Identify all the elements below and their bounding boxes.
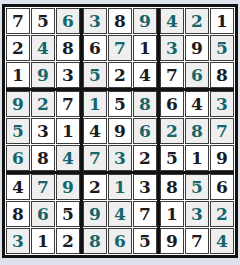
cell-r6c3[interactable]: 4 (56, 145, 80, 171)
cell-r9c4[interactable]: 8 (83, 228, 107, 254)
cell-r9c3[interactable]: 2 (56, 228, 80, 254)
cell-r2c2[interactable]: 4 (31, 35, 55, 61)
cell-r5c4[interactable]: 4 (83, 118, 107, 144)
sudoku-board: 7562481933896715244213957689275316841584… (6, 8, 234, 254)
cell-r3c1[interactable]: 1 (6, 62, 30, 88)
cell-r8c9[interactable]: 2 (210, 201, 234, 227)
cell-r6c4[interactable]: 7 (83, 145, 107, 171)
cell-r2c4[interactable]: 6 (83, 35, 107, 61)
cell-r5c1[interactable]: 5 (6, 118, 30, 144)
cell-r8c8[interactable]: 3 (185, 201, 209, 227)
cell-r7c6[interactable]: 3 (133, 174, 157, 200)
cell-r7c4[interactable]: 2 (83, 174, 107, 200)
cell-r7c1[interactable]: 4 (6, 174, 30, 200)
sudoku-box-3: 421395768 (160, 8, 234, 88)
cell-r9c8[interactable]: 7 (185, 228, 209, 254)
cell-r5c8[interactable]: 8 (185, 118, 209, 144)
cell-r2c6[interactable]: 1 (133, 35, 157, 61)
cell-r5c2[interactable]: 3 (31, 118, 55, 144)
cell-r9c5[interactable]: 6 (108, 228, 132, 254)
cell-r5c3[interactable]: 1 (56, 118, 80, 144)
cell-r5c6[interactable]: 6 (133, 118, 157, 144)
cell-r9c9[interactable]: 4 (210, 228, 234, 254)
cell-r9c1[interactable]: 3 (6, 228, 30, 254)
cell-r1c1[interactable]: 7 (6, 8, 30, 34)
cell-r4c5[interactable]: 5 (108, 91, 132, 117)
cell-r1c8[interactable]: 2 (185, 8, 209, 34)
cell-r1c4[interactable]: 3 (83, 8, 107, 34)
sudoku-box-7: 479865312 (6, 174, 80, 254)
cell-r2c9[interactable]: 5 (210, 35, 234, 61)
cell-r2c8[interactable]: 9 (185, 35, 209, 61)
cell-r5c5[interactable]: 9 (108, 118, 132, 144)
sudoku-box-4: 927531684 (6, 91, 80, 171)
cell-r8c4[interactable]: 9 (83, 201, 107, 227)
cell-r8c7[interactable]: 1 (160, 201, 184, 227)
sudoku-box-1: 756248193 (6, 8, 80, 88)
sudoku-frame: 7562481933896715244213957689275316841584… (2, 4, 238, 258)
cell-r1c3[interactable]: 6 (56, 8, 80, 34)
cell-r7c8[interactable]: 5 (185, 174, 209, 200)
cell-r3c8[interactable]: 6 (185, 62, 209, 88)
cell-r1c6[interactable]: 9 (133, 8, 157, 34)
cell-r3c5[interactable]: 2 (108, 62, 132, 88)
cell-r8c3[interactable]: 5 (56, 201, 80, 227)
cell-r8c1[interactable]: 8 (6, 201, 30, 227)
cell-r2c7[interactable]: 3 (160, 35, 184, 61)
cell-r9c6[interactable]: 5 (133, 228, 157, 254)
cell-r4c2[interactable]: 2 (31, 91, 55, 117)
sudoku-box-6: 643287519 (160, 91, 234, 171)
cell-r3c4[interactable]: 5 (83, 62, 107, 88)
cell-r6c7[interactable]: 5 (160, 145, 184, 171)
cell-r1c7[interactable]: 4 (160, 8, 184, 34)
cell-r6c9[interactable]: 9 (210, 145, 234, 171)
cell-r4c8[interactable]: 4 (185, 91, 209, 117)
cell-r4c3[interactable]: 7 (56, 91, 80, 117)
cell-r7c2[interactable]: 7 (31, 174, 55, 200)
cell-r8c6[interactable]: 7 (133, 201, 157, 227)
cell-r6c1[interactable]: 6 (6, 145, 30, 171)
cell-r5c9[interactable]: 7 (210, 118, 234, 144)
cell-r3c6[interactable]: 4 (133, 62, 157, 88)
cell-r4c7[interactable]: 6 (160, 91, 184, 117)
cell-r1c2[interactable]: 5 (31, 8, 55, 34)
cell-r4c4[interactable]: 1 (83, 91, 107, 117)
cell-r3c7[interactable]: 7 (160, 62, 184, 88)
cell-r9c2[interactable]: 1 (31, 228, 55, 254)
cell-r7c5[interactable]: 1 (108, 174, 132, 200)
cell-r4c6[interactable]: 8 (133, 91, 157, 117)
cell-r1c9[interactable]: 1 (210, 8, 234, 34)
sudoku-box-9: 856132974 (160, 174, 234, 254)
cell-r4c1[interactable]: 9 (6, 91, 30, 117)
cell-r2c1[interactable]: 2 (6, 35, 30, 61)
sudoku-box-5: 158496732 (83, 91, 157, 171)
cell-r9c7[interactable]: 9 (160, 228, 184, 254)
sudoku-box-8: 213947865 (83, 174, 157, 254)
cell-r8c5[interactable]: 4 (108, 201, 132, 227)
cell-r6c5[interactable]: 3 (108, 145, 132, 171)
cell-r7c3[interactable]: 9 (56, 174, 80, 200)
cell-r6c8[interactable]: 1 (185, 145, 209, 171)
cell-r8c2[interactable]: 6 (31, 201, 55, 227)
cell-r7c9[interactable]: 6 (210, 174, 234, 200)
cell-r3c2[interactable]: 9 (31, 62, 55, 88)
cell-r2c3[interactable]: 8 (56, 35, 80, 61)
cell-r3c9[interactable]: 8 (210, 62, 234, 88)
sudoku-box-2: 389671524 (83, 8, 157, 88)
cell-r6c2[interactable]: 8 (31, 145, 55, 171)
cell-r1c5[interactable]: 8 (108, 8, 132, 34)
cell-r7c7[interactable]: 8 (160, 174, 184, 200)
cell-r2c5[interactable]: 7 (108, 35, 132, 61)
cell-r3c3[interactable]: 3 (56, 62, 80, 88)
cell-r4c9[interactable]: 3 (210, 91, 234, 117)
cell-r5c7[interactable]: 2 (160, 118, 184, 144)
cell-r6c6[interactable]: 2 (133, 145, 157, 171)
